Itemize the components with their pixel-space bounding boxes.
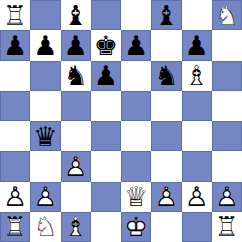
piece-glyph: ♙ bbox=[61, 151, 91, 181]
piece-black-knight[interactable]: ♞ bbox=[151, 61, 181, 91]
square-c8[interactable]: ♝ bbox=[61, 0, 91, 30]
square-h4[interactable] bbox=[212, 121, 242, 151]
square-h2[interactable]: ♟♙ bbox=[212, 182, 242, 212]
piece-white-pawn[interactable]: ♟♙ bbox=[61, 151, 91, 181]
piece-white-knight[interactable]: ♞♘ bbox=[30, 212, 60, 242]
piece-glyph: ♞ bbox=[61, 61, 91, 91]
piece-white-queen[interactable]: ♛♕ bbox=[121, 182, 151, 212]
square-a6[interactable] bbox=[0, 61, 30, 91]
square-g3[interactable] bbox=[182, 151, 212, 181]
square-b7[interactable]: ♟ bbox=[30, 30, 60, 60]
square-b8[interactable] bbox=[30, 0, 60, 30]
square-c4[interactable] bbox=[61, 121, 91, 151]
piece-white-rook[interactable]: ♜♖ bbox=[0, 212, 30, 242]
square-h6[interactable] bbox=[212, 61, 242, 91]
piece-white-pawn[interactable]: ♟♙ bbox=[30, 182, 60, 212]
square-h5[interactable] bbox=[212, 91, 242, 121]
piece-glyph: ♖ bbox=[0, 212, 30, 242]
square-e7[interactable]: ♟ bbox=[121, 30, 151, 60]
piece-black-pawn[interactable]: ♟ bbox=[0, 30, 30, 60]
square-d3[interactable] bbox=[91, 151, 121, 181]
square-e4[interactable] bbox=[121, 121, 151, 151]
square-g7[interactable]: ♟ bbox=[182, 30, 212, 60]
piece-black-queen[interactable]: ♛ bbox=[30, 121, 60, 151]
piece-white-pawn[interactable]: ♟♙ bbox=[182, 182, 212, 212]
piece-glyph: ♗ bbox=[61, 212, 91, 242]
square-b4[interactable]: ♛ bbox=[30, 121, 60, 151]
square-e5[interactable] bbox=[121, 91, 151, 121]
square-c6[interactable]: ♞ bbox=[61, 61, 91, 91]
piece-glyph: ♟ bbox=[182, 30, 212, 60]
square-e2[interactable]: ♛♕ bbox=[121, 182, 151, 212]
square-d6[interactable]: ♟ bbox=[91, 61, 121, 91]
square-a5[interactable] bbox=[0, 91, 30, 121]
square-e1[interactable]: ♚♔ bbox=[121, 212, 151, 242]
piece-glyph: ♚ bbox=[91, 30, 121, 60]
square-g6[interactable]: ♝♗ bbox=[182, 61, 212, 91]
piece-white-pawn[interactable]: ♟♙ bbox=[151, 182, 181, 212]
square-a8[interactable]: ♜♖ bbox=[0, 0, 30, 30]
piece-glyph: ♙ bbox=[212, 182, 242, 212]
square-f6[interactable]: ♞ bbox=[151, 61, 181, 91]
square-f3[interactable] bbox=[151, 151, 181, 181]
square-f5[interactable] bbox=[151, 91, 181, 121]
square-h7[interactable] bbox=[212, 30, 242, 60]
square-e8[interactable] bbox=[121, 0, 151, 30]
piece-black-pawn[interactable]: ♟ bbox=[61, 30, 91, 60]
square-b5[interactable] bbox=[30, 91, 60, 121]
square-e6[interactable] bbox=[121, 61, 151, 91]
piece-black-bishop[interactable]: ♝ bbox=[151, 0, 181, 30]
square-f2[interactable]: ♟♙ bbox=[151, 182, 181, 212]
piece-glyph: ♟ bbox=[121, 30, 151, 60]
square-f1[interactable] bbox=[151, 212, 181, 242]
piece-white-rook[interactable]: ♜♖ bbox=[0, 0, 30, 30]
piece-black-king[interactable]: ♚ bbox=[91, 30, 121, 60]
piece-glyph: ♝ bbox=[61, 0, 91, 30]
square-c7[interactable]: ♟ bbox=[61, 30, 91, 60]
square-d8[interactable] bbox=[91, 0, 121, 30]
square-d7[interactable]: ♚ bbox=[91, 30, 121, 60]
square-f7[interactable] bbox=[151, 30, 181, 60]
square-d2[interactable] bbox=[91, 182, 121, 212]
square-c5[interactable] bbox=[61, 91, 91, 121]
square-c2[interactable] bbox=[61, 182, 91, 212]
chess-board: ♜♖♝♝♞♘♟♟♟♚♟♟♞♟♞♝♗♛♟♙♟♙♟♙♛♕♟♙♟♙♟♙♜♖♞♘♝♗♚♔… bbox=[0, 0, 242, 242]
piece-glyph: ♘ bbox=[30, 212, 60, 242]
square-b3[interactable] bbox=[30, 151, 60, 181]
piece-white-bishop[interactable]: ♝♗ bbox=[182, 61, 212, 91]
piece-white-king[interactable]: ♚♔ bbox=[121, 212, 151, 242]
piece-glyph: ♖ bbox=[0, 0, 30, 30]
square-c1[interactable]: ♝♗ bbox=[61, 212, 91, 242]
piece-black-pawn[interactable]: ♟ bbox=[30, 30, 60, 60]
square-h1[interactable]: ♜♖ bbox=[212, 212, 242, 242]
square-b1[interactable]: ♞♘ bbox=[30, 212, 60, 242]
square-a3[interactable] bbox=[0, 151, 30, 181]
square-b2[interactable]: ♟♙ bbox=[30, 182, 60, 212]
piece-black-pawn[interactable]: ♟ bbox=[91, 61, 121, 91]
piece-glyph: ♟ bbox=[30, 30, 60, 60]
piece-glyph: ♔ bbox=[121, 212, 151, 242]
square-e3[interactable] bbox=[121, 151, 151, 181]
square-g1[interactable] bbox=[182, 212, 212, 242]
piece-glyph: ♗ bbox=[182, 61, 212, 91]
square-c3[interactable]: ♟♙ bbox=[61, 151, 91, 181]
square-h8[interactable]: ♞♘ bbox=[212, 0, 242, 30]
piece-glyph: ♟ bbox=[91, 61, 121, 91]
square-a1[interactable]: ♜♖ bbox=[0, 212, 30, 242]
piece-black-pawn[interactable]: ♟ bbox=[182, 30, 212, 60]
square-g5[interactable] bbox=[182, 91, 212, 121]
square-a2[interactable]: ♟♙ bbox=[0, 182, 30, 212]
piece-glyph: ♘ bbox=[212, 0, 242, 30]
piece-glyph: ♙ bbox=[182, 182, 212, 212]
square-f8[interactable]: ♝ bbox=[151, 0, 181, 30]
piece-black-pawn[interactable]: ♟ bbox=[121, 30, 151, 60]
piece-glyph: ♛ bbox=[30, 121, 60, 151]
piece-glyph: ♙ bbox=[30, 182, 60, 212]
square-f4[interactable] bbox=[151, 121, 181, 151]
piece-glyph: ♟ bbox=[0, 30, 30, 60]
piece-black-bishop[interactable]: ♝ bbox=[61, 0, 91, 30]
square-g4[interactable] bbox=[182, 121, 212, 151]
piece-glyph: ♙ bbox=[151, 182, 181, 212]
piece-white-pawn[interactable]: ♟♙ bbox=[212, 182, 242, 212]
square-a7[interactable]: ♟ bbox=[0, 30, 30, 60]
piece-glyph: ♖ bbox=[212, 212, 242, 242]
square-g8[interactable] bbox=[182, 0, 212, 30]
piece-glyph: ♕ bbox=[121, 182, 151, 212]
piece-white-pawn[interactable]: ♟♙ bbox=[0, 182, 30, 212]
square-d4[interactable] bbox=[91, 121, 121, 151]
piece-glyph: ♝ bbox=[151, 0, 181, 30]
square-d1[interactable] bbox=[91, 212, 121, 242]
piece-white-bishop[interactable]: ♝♗ bbox=[61, 212, 91, 242]
square-b6[interactable] bbox=[30, 61, 60, 91]
piece-glyph: ♞ bbox=[151, 61, 181, 91]
piece-white-rook[interactable]: ♜♖ bbox=[212, 212, 242, 242]
piece-glyph: ♙ bbox=[0, 182, 30, 212]
piece-black-knight[interactable]: ♞ bbox=[61, 61, 91, 91]
square-a4[interactable] bbox=[0, 121, 30, 151]
square-h3[interactable] bbox=[212, 151, 242, 181]
square-d5[interactable] bbox=[91, 91, 121, 121]
piece-glyph: ♟ bbox=[61, 30, 91, 60]
piece-white-knight[interactable]: ♞♘ bbox=[212, 0, 242, 30]
square-g2[interactable]: ♟♙ bbox=[182, 182, 212, 212]
